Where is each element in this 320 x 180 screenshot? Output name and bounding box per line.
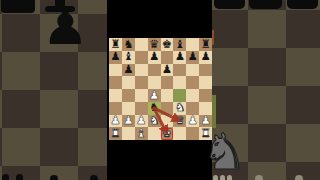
piece-white-bishop[interactable]: ♝ (136, 128, 146, 140)
square-c6[interactable] (135, 64, 148, 77)
piece-black-pawn[interactable]: ♟ (110, 51, 120, 63)
square-h6[interactable] (199, 64, 212, 77)
bg-square (40, 166, 78, 180)
square-a4[interactable] (109, 89, 122, 102)
bg-square (248, 86, 286, 124)
piece-black-pawn[interactable]: ♟ (123, 64, 133, 76)
bg-square (2, 52, 40, 90)
bg-square (286, 10, 320, 48)
bg-square (286, 162, 320, 180)
square-c8[interactable] (135, 38, 148, 51)
bg-piece-silhouette (214, 0, 245, 9)
bg-square (248, 10, 286, 48)
piece-black-pawn[interactable]: ♟ (188, 51, 198, 63)
piece-black-pawn[interactable]: ♟ (162, 64, 172, 76)
bg-square (2, 90, 40, 128)
square-f2[interactable]: ♛ (173, 115, 186, 128)
bg-square (2, 128, 40, 166)
piece-black-king[interactable]: ♚ (162, 39, 172, 51)
piece-white-pawn[interactable]: ♟ (123, 115, 133, 127)
square-a1[interactable]: ♜ (109, 127, 122, 140)
bg-square (2, 14, 40, 52)
bg-square (286, 124, 320, 162)
bg-square (40, 128, 78, 166)
piece-black-pawn[interactable]: ♟ (149, 51, 159, 63)
bg-square (40, 52, 78, 90)
grey-knight-icon: ♞ (202, 127, 247, 177)
square-a6[interactable] (109, 64, 122, 77)
bg-piece-silhouette (287, 0, 318, 9)
bg-piece-silhouette (16, 174, 23, 180)
check-highlight (161, 128, 173, 140)
bg-arrow-sliver (212, 30, 214, 45)
bg-square (286, 48, 320, 86)
square-e1[interactable]: ♚ (161, 127, 174, 140)
square-c4[interactable] (135, 89, 148, 102)
bg-square (248, 162, 286, 180)
square-g4[interactable] (186, 89, 199, 102)
bg-piece-silhouette (1, 0, 35, 13)
bg-piece-silhouette (295, 175, 303, 180)
square-d6[interactable] (148, 64, 161, 77)
piece-white-knight[interactable]: ♞ (149, 115, 159, 127)
chess-board[interactable]: ♜♞♛♚♝♜♟♝♟♟♟♟♟♟♟♞♞♟♟♟♞♛♟♟♜♝♚♜ (109, 38, 212, 140)
square-f7[interactable]: ♟ (173, 51, 186, 64)
square-e4[interactable] (161, 89, 174, 102)
bg-piece-silhouette (2, 174, 9, 180)
bg-piece-silhouette (255, 175, 263, 180)
piece-white-pawn[interactable]: ♟ (110, 115, 120, 127)
bg-piece-silhouette (90, 175, 98, 180)
square-c7[interactable] (135, 51, 148, 64)
bg-piece-silhouette (50, 175, 58, 180)
square-b2[interactable]: ♟ (122, 115, 135, 128)
square-b5[interactable] (122, 76, 135, 89)
square-d1[interactable] (148, 127, 161, 140)
square-a5[interactable] (109, 76, 122, 89)
square-h5[interactable] (199, 76, 212, 89)
video-frame: ♟ ♜♞♛♚♝♜♟♝♟♟♟♟♟♟♟♞♞♟♟♟♞♛♟♟♜♝♚♜ ♞ (0, 0, 320, 180)
bg-square (248, 124, 286, 162)
bg-square (210, 10, 248, 48)
square-e5[interactable] (161, 76, 174, 89)
bg-square (40, 90, 78, 128)
square-f6[interactable] (173, 64, 186, 77)
square-f5[interactable] (173, 76, 186, 89)
bg-piece-silhouette (249, 0, 282, 9)
square-g6[interactable] (186, 64, 199, 77)
piece-black-pawn[interactable]: ♟ (200, 51, 210, 63)
piece-white-rook[interactable]: ♜ (110, 128, 120, 140)
square-g1[interactable] (186, 127, 199, 140)
square-e8[interactable]: ♚ (161, 38, 174, 51)
square-b6[interactable]: ♟ (122, 64, 135, 77)
bg-piece-silhouette (55, 0, 65, 8)
square-b1[interactable] (122, 127, 135, 140)
bg-square (248, 48, 286, 86)
square-h4[interactable] (199, 89, 212, 102)
bg-square (286, 86, 320, 124)
square-h7[interactable]: ♟ (199, 51, 212, 64)
square-d7[interactable]: ♟ (148, 51, 161, 64)
square-a7[interactable]: ♟ (109, 51, 122, 64)
square-b4[interactable] (122, 89, 135, 102)
square-c5[interactable] (135, 76, 148, 89)
square-e6[interactable]: ♟ (161, 64, 174, 77)
piece-white-pawn[interactable]: ♟ (136, 115, 146, 127)
square-f1[interactable] (173, 127, 186, 140)
square-g5[interactable] (186, 76, 199, 89)
square-e3[interactable] (161, 102, 174, 115)
piece-white-pawn[interactable]: ♟ (188, 115, 198, 127)
square-c1[interactable]: ♝ (135, 127, 148, 140)
piece-white-queen[interactable]: ♛ (175, 115, 185, 127)
square-g2[interactable]: ♟ (186, 115, 199, 128)
square-g7[interactable]: ♟ (186, 51, 199, 64)
piece-black-pawn[interactable]: ♟ (175, 51, 185, 63)
square-d2[interactable]: ♞ (148, 115, 161, 128)
bg-square (210, 48, 248, 86)
